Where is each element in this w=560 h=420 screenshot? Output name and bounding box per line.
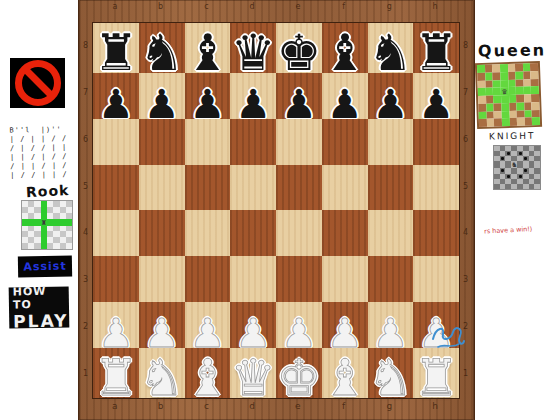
square-f8[interactable]: ♝ <box>322 23 368 73</box>
square-d2[interactable]: ♟ <box>230 302 276 348</box>
chess-game-screen: abcdefgh abcdefgh 87654321 87654321 ♜♞♝♛… <box>0 0 560 420</box>
square-c2[interactable]: ♟ <box>185 302 231 348</box>
square-g3[interactable] <box>368 256 414 302</box>
assist-button[interactable]: Assist <box>18 256 72 278</box>
no-entry-icon <box>15 60 61 106</box>
square-e3[interactable] <box>276 256 322 302</box>
square-d4[interactable] <box>230 210 276 256</box>
rook-move-diagram: ♜ <box>21 200 73 250</box>
square-g6[interactable] <box>368 119 414 165</box>
square-a5[interactable] <box>93 165 139 211</box>
square-f5[interactable] <box>322 165 368 211</box>
white-pawn-e2[interactable]: ♟ <box>281 313 317 353</box>
white-queen-d1[interactable]: ♛ <box>231 353 276 403</box>
square-f7[interactable]: ♟ <box>322 73 368 119</box>
square-f6[interactable] <box>322 119 368 165</box>
white-bishop-f1[interactable]: ♝ <box>322 353 367 403</box>
square-g8[interactable]: ♞ <box>368 23 414 73</box>
knight-diagram-label: KNIGHT <box>489 131 536 142</box>
square-h8[interactable]: ♜ <box>413 23 459 73</box>
black-bishop-c8[interactable]: ♝ <box>185 28 230 78</box>
square-h7[interactable]: ♟ <box>413 73 459 119</box>
black-rook-h8[interactable]: ♜ <box>414 28 459 78</box>
square-f1[interactable]: ♝ <box>322 348 368 398</box>
red-handwritten-note: rs have a win!) <box>484 224 552 235</box>
square-b2[interactable]: ♟ <box>139 302 185 348</box>
queen-move-diagram: ♛ <box>475 61 542 129</box>
square-d1[interactable]: ♛ <box>230 348 276 398</box>
square-d8[interactable]: ♛ <box>230 23 276 73</box>
square-g2[interactable]: ♟ <box>368 302 414 348</box>
square-b5[interactable] <box>139 165 185 211</box>
black-knight-b8[interactable]: ♞ <box>139 28 184 78</box>
white-knight-b1[interactable]: ♞ <box>139 353 184 403</box>
square-a1[interactable]: ♜ <box>93 348 139 398</box>
square-c4[interactable] <box>185 210 231 256</box>
knight-move-diagram: ♞ <box>493 145 541 190</box>
chess-board[interactable]: ♜♞♝♛♚♝♞♜♟♟♟♟♟♟♟♟♟♟♟♟♟♟♟♟♜♞♝♛♚♝♞♜ <box>92 22 460 399</box>
square-h5[interactable] <box>413 165 459 211</box>
black-pawn-b7[interactable]: ♟ <box>144 84 180 124</box>
white-pawn-a2[interactable]: ♟ <box>98 313 134 353</box>
blue-squiggle-doodle <box>430 323 466 353</box>
square-g5[interactable] <box>368 165 414 211</box>
square-d6[interactable] <box>230 119 276 165</box>
white-pawn-d2[interactable]: ♟ <box>235 313 271 353</box>
square-c5[interactable] <box>185 165 231 211</box>
square-c1[interactable]: ♝ <box>185 348 231 398</box>
black-king-e8[interactable]: ♚ <box>276 28 321 78</box>
black-pawn-a7[interactable]: ♟ <box>98 84 134 124</box>
square-g7[interactable]: ♟ <box>368 73 414 119</box>
square-b8[interactable]: ♞ <box>139 23 185 73</box>
square-h4[interactable] <box>413 210 459 256</box>
square-c3[interactable] <box>185 256 231 302</box>
square-c7[interactable]: ♟ <box>185 73 231 119</box>
square-f4[interactable] <box>322 210 368 256</box>
square-h1[interactable]: ♜ <box>413 348 459 398</box>
white-pawn-b2[interactable]: ♟ <box>144 313 180 353</box>
white-king-e1[interactable]: ♚ <box>276 353 321 403</box>
square-e8[interactable]: ♚ <box>276 23 322 73</box>
square-h3[interactable] <box>413 256 459 302</box>
square-e2[interactable]: ♟ <box>276 302 322 348</box>
square-a2[interactable]: ♟ <box>93 302 139 348</box>
square-d3[interactable] <box>230 256 276 302</box>
white-rook-a1[interactable]: ♜ <box>93 353 138 403</box>
how-to-play-button[interactable]: HOW TO PLAY <box>9 286 70 328</box>
white-pawn-f2[interactable]: ♟ <box>327 313 363 353</box>
black-pawn-e7[interactable]: ♟ <box>281 84 317 124</box>
square-f3[interactable] <box>322 256 368 302</box>
square-c8[interactable]: ♝ <box>185 23 231 73</box>
white-bishop-c1[interactable]: ♝ <box>185 353 230 403</box>
square-e6[interactable] <box>276 119 322 165</box>
scribble-doodle: B''l |)''| / | | / // | / / | || | / | /… <box>9 125 70 186</box>
square-b1[interactable]: ♞ <box>139 348 185 398</box>
black-pawn-g7[interactable]: ♟ <box>372 84 408 124</box>
black-pawn-h7[interactable]: ♟ <box>418 84 454 124</box>
white-pawn-g2[interactable]: ♟ <box>372 313 408 353</box>
white-rook-h1[interactable]: ♜ <box>414 353 459 403</box>
square-a8[interactable]: ♜ <box>93 23 139 73</box>
square-d5[interactable] <box>230 165 276 211</box>
black-pawn-c7[interactable]: ♟ <box>189 84 225 124</box>
square-g1[interactable]: ♞ <box>368 348 414 398</box>
square-a7[interactable]: ♟ <box>93 73 139 119</box>
black-queen-d8[interactable]: ♛ <box>231 28 276 78</box>
square-c6[interactable] <box>185 119 231 165</box>
rook-diagram-label: Rook <box>26 182 70 200</box>
square-d7[interactable]: ♟ <box>230 73 276 119</box>
black-knight-g8[interactable]: ♞ <box>368 28 413 78</box>
white-pawn-c2[interactable]: ♟ <box>189 313 225 353</box>
square-e1[interactable]: ♚ <box>276 348 322 398</box>
black-pawn-f7[interactable]: ♟ <box>327 84 363 124</box>
how-to-play-line1: HOW TO <box>13 284 69 311</box>
square-a3[interactable] <box>93 256 139 302</box>
square-e5[interactable] <box>276 165 322 211</box>
black-rook-a8[interactable]: ♜ <box>93 28 138 78</box>
square-b7[interactable]: ♟ <box>139 73 185 119</box>
square-b4[interactable] <box>139 210 185 256</box>
black-pawn-d7[interactable]: ♟ <box>235 84 271 124</box>
white-knight-g1[interactable]: ♞ <box>368 353 413 403</box>
square-b3[interactable] <box>139 256 185 302</box>
black-bishop-f8[interactable]: ♝ <box>322 28 367 78</box>
how-to-play-line2: PLAY <box>13 310 68 331</box>
square-a4[interactable] <box>93 210 139 256</box>
square-e4[interactable] <box>276 210 322 256</box>
square-b6[interactable] <box>139 119 185 165</box>
square-a6[interactable] <box>93 119 139 165</box>
square-f2[interactable]: ♟ <box>322 302 368 348</box>
square-h6[interactable] <box>413 119 459 165</box>
square-e7[interactable]: ♟ <box>276 73 322 119</box>
queen-diagram-label: Queen <box>478 40 546 60</box>
no-entry-button[interactable] <box>10 58 65 108</box>
square-g4[interactable] <box>368 210 414 256</box>
